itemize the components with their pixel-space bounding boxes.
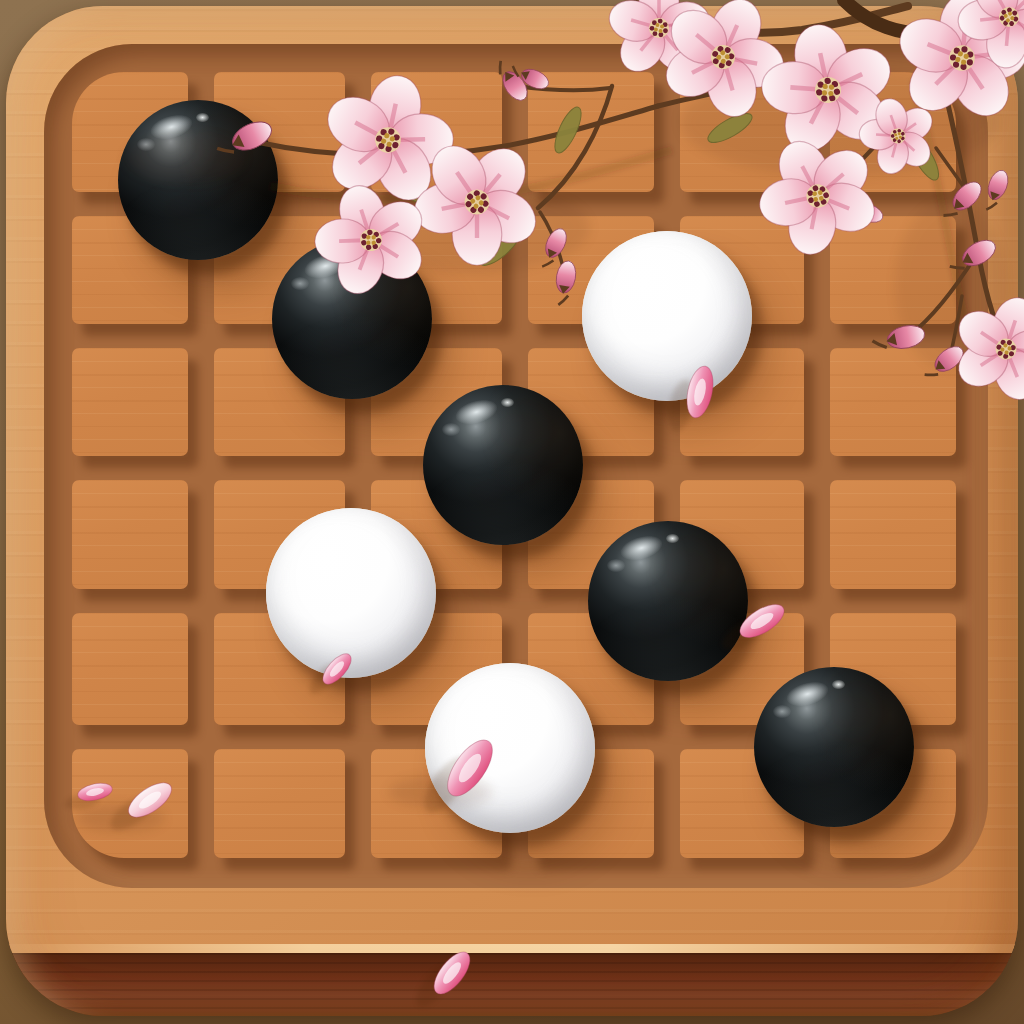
- stone-black-c5r5: ●: [754, 667, 914, 827]
- gomoku-app-icon[interactable]: ●●○●○●○●: [0, 0, 1024, 1024]
- stone-black-c4r4: ●: [588, 521, 748, 681]
- stone-black-c1r1: ●: [118, 100, 278, 260]
- stones-layer: ●●○●○●○●: [0, 0, 1024, 1024]
- stone-white-c4r2: ○: [582, 231, 752, 401]
- stone-black-c3r3: ●: [423, 385, 583, 545]
- stone-white-c3r5: ○: [425, 663, 595, 833]
- stone-white-c2r4: ○: [266, 508, 436, 678]
- stone-black-c2r2: ●: [272, 239, 432, 399]
